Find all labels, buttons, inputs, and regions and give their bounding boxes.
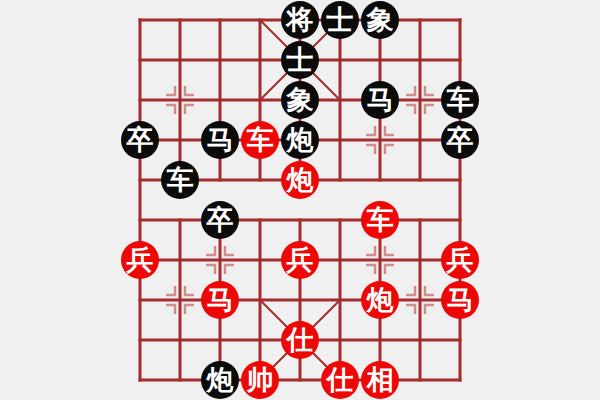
piece-char: 士 [327, 6, 354, 33]
piece-char: 车 [167, 166, 194, 193]
piece-char: 炮 [207, 366, 234, 393]
piece-char: 卒 [207, 206, 234, 233]
piece-black-chariot[interactable]: 车 [161, 161, 199, 199]
piece-char: 车 [367, 206, 394, 233]
piece-red-cannon[interactable]: 炮 [361, 281, 399, 319]
piece-red-elephant[interactable]: 相 [361, 361, 399, 399]
piece-char: 车 [447, 86, 474, 113]
piece-char: 兵 [447, 246, 474, 273]
piece-char: 马 [207, 286, 234, 313]
piece-char: 马 [207, 126, 234, 153]
piece-black-elephant[interactable]: 象 [361, 1, 399, 39]
piece-black-horse[interactable]: 马 [201, 121, 239, 159]
piece-char: 士 [287, 46, 314, 73]
piece-char: 兵 [127, 246, 154, 273]
piece-char: 象 [287, 86, 314, 113]
piece-char: 炮 [287, 126, 314, 153]
xiangqi-screen: 将士象士象马车卒马车炮卒车炮卒车兵兵兵马炮马仕炮帅仕相 [0, 0, 600, 400]
piece-red-advisor[interactable]: 仕 [281, 321, 319, 359]
piece-black-horse[interactable]: 马 [361, 81, 399, 119]
board-grid: 将士象士象马车卒马车炮卒车炮卒车兵兵兵马炮马仕炮帅仕相 [120, 0, 480, 400]
piece-red-soldier[interactable]: 兵 [281, 241, 319, 279]
piece-char: 炮 [287, 166, 314, 193]
piece-black-chariot[interactable]: 车 [441, 81, 479, 119]
piece-char: 帅 [247, 366, 274, 393]
piece-char: 将 [287, 6, 314, 33]
piece-char: 仕 [287, 326, 314, 353]
piece-red-chariot[interactable]: 车 [241, 121, 279, 159]
piece-black-cannon[interactable]: 炮 [201, 361, 239, 399]
piece-red-chariot[interactable]: 车 [361, 201, 399, 239]
piece-black-soldier[interactable]: 卒 [121, 121, 159, 159]
piece-red-soldier[interactable]: 兵 [121, 241, 159, 279]
piece-black-advisor[interactable]: 士 [321, 1, 359, 39]
piece-black-elephant[interactable]: 象 [281, 81, 319, 119]
piece-red-cannon[interactable]: 炮 [281, 161, 319, 199]
piece-black-general[interactable]: 将 [281, 1, 319, 39]
piece-char: 卒 [127, 126, 154, 153]
piece-char: 卒 [447, 126, 474, 153]
piece-char: 车 [247, 126, 274, 153]
piece-char: 马 [367, 86, 394, 113]
piece-char: 炮 [367, 286, 394, 313]
piece-red-advisor[interactable]: 仕 [321, 361, 359, 399]
piece-char: 马 [447, 286, 474, 313]
piece-char: 仕 [327, 366, 354, 393]
piece-black-soldier[interactable]: 卒 [441, 121, 479, 159]
piece-char: 兵 [287, 246, 314, 273]
piece-char: 象 [367, 6, 394, 33]
piece-char: 相 [367, 366, 394, 393]
piece-black-advisor[interactable]: 士 [281, 41, 319, 79]
piece-red-horse[interactable]: 马 [441, 281, 479, 319]
piece-red-soldier[interactable]: 兵 [441, 241, 479, 279]
piece-black-soldier[interactable]: 卒 [201, 201, 239, 239]
piece-black-cannon[interactable]: 炮 [281, 121, 319, 159]
piece-red-horse[interactable]: 马 [201, 281, 239, 319]
piece-red-general[interactable]: 帅 [241, 361, 279, 399]
